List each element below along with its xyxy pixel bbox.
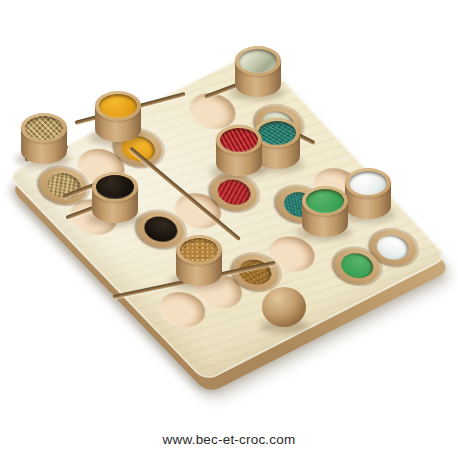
pawn-yellow[interactable] [95, 91, 141, 153]
pawn-top [235, 46, 281, 76]
pawn-top-face [96, 175, 134, 199]
pawn-top [302, 186, 348, 216]
pawn-woven[interactable] [21, 113, 67, 175]
pawn-white[interactable] [345, 168, 391, 230]
pawn-top-face [180, 238, 218, 262]
pawn-top [216, 125, 262, 155]
product-photo-scene: www.bec-et-croc.com [0, 0, 458, 458]
pawn-green[interactable] [302, 186, 348, 248]
pawn-black[interactable] [92, 172, 138, 234]
pawn-top [92, 172, 138, 202]
pawn-top-face [306, 189, 344, 213]
wooden-ball[interactable] [262, 287, 306, 327]
pawn-top-face [258, 121, 296, 145]
pawn-mirror[interactable] [235, 46, 281, 108]
pawn-top [21, 113, 67, 143]
pawn-top-face [220, 128, 258, 152]
pawn-top-face [239, 49, 277, 73]
pawn-top [95, 91, 141, 121]
chip-face-green [334, 249, 379, 283]
pawn-red[interactable] [216, 125, 262, 187]
pawn-top-face [349, 171, 387, 195]
pawn-top [345, 168, 391, 198]
watermark-url: www.bec-et-croc.com [0, 432, 458, 447]
pawn-cork[interactable] [176, 235, 222, 297]
pawn-top-face [99, 94, 137, 118]
pawn-top-face [25, 116, 63, 140]
pawn-top [176, 235, 222, 265]
